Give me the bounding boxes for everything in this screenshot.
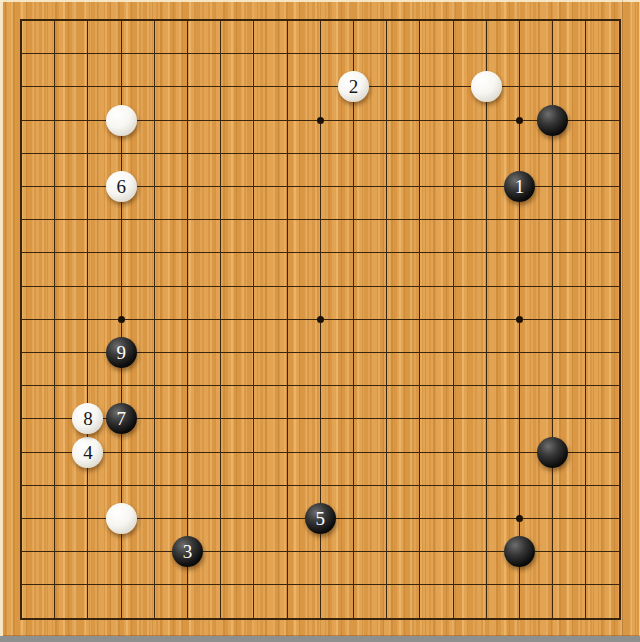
stone-black-move-7[interactable]: 7 (106, 403, 137, 434)
hoshi-dot (317, 316, 324, 323)
hoshi-dot (516, 515, 523, 522)
stone-move-number: 5 (316, 508, 326, 527)
stone-move-number: 8 (83, 409, 93, 428)
stone-white-d16[interactable] (106, 105, 137, 136)
stone-black-q3[interactable] (504, 536, 535, 567)
stone-black-move-1[interactable]: 1 (504, 171, 535, 202)
stone-white-move-2[interactable]: 2 (338, 71, 369, 102)
stone-black-r16[interactable] (537, 105, 568, 136)
stone-black-move-9[interactable]: 9 (106, 337, 137, 368)
board-grid[interactable]: 123456789 (5, 4, 636, 635)
stone-white-move-8[interactable]: 8 (72, 403, 103, 434)
go-board: 123456789 (0, 0, 640, 636)
stone-white-move-6[interactable]: 6 (106, 171, 137, 202)
stone-white-move-4[interactable]: 4 (72, 437, 103, 468)
stone-black-move-5[interactable]: 5 (305, 503, 336, 534)
stone-move-number: 7 (116, 409, 126, 428)
stone-move-number: 6 (116, 177, 126, 196)
stone-move-number: 3 (183, 542, 193, 561)
stone-black-r6[interactable] (537, 437, 568, 468)
stone-white-d4[interactable] (106, 503, 137, 534)
stone-move-number: 2 (349, 77, 359, 96)
hoshi-dot (317, 117, 324, 124)
stone-white-p17[interactable] (471, 71, 502, 102)
stone-move-number: 9 (116, 342, 126, 361)
hoshi-dot (516, 316, 523, 323)
hoshi-dot (516, 117, 523, 124)
stone-black-move-3[interactable]: 3 (172, 536, 203, 567)
go-diagram: 123456789 (0, 0, 640, 642)
stone-move-number: 4 (83, 442, 93, 461)
hoshi-dot (118, 316, 125, 323)
stone-move-number: 1 (515, 177, 525, 196)
